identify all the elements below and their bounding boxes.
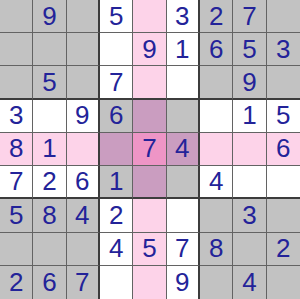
cell-r7c4[interactable]: 2 (100, 199, 133, 232)
cell-r6c1[interactable]: 7 (0, 166, 33, 199)
cell-r2c1[interactable] (0, 33, 33, 66)
cell-r9c3[interactable]: 7 (67, 266, 100, 299)
cell-r2c6[interactable]: 1 (167, 33, 200, 66)
cell-r2c5[interactable]: 9 (133, 33, 166, 66)
cell-r7c2[interactable]: 8 (33, 199, 66, 232)
cell-r4c1[interactable]: 3 (0, 100, 33, 133)
cell-r3c6[interactable] (167, 66, 200, 99)
cell-r6c3[interactable]: 6 (67, 166, 100, 199)
cell-r1c3[interactable] (67, 0, 100, 33)
cell-r1c2[interactable]: 9 (33, 0, 66, 33)
cell-r4c3[interactable]: 9 (67, 100, 100, 133)
cell-r7c1[interactable]: 5 (0, 199, 33, 232)
cell-r6c4[interactable]: 1 (100, 166, 133, 199)
cell-r9c7[interactable] (200, 266, 233, 299)
cell-r8c2[interactable] (33, 233, 66, 266)
cell-r7c9[interactable] (267, 199, 300, 232)
cell-r3c7[interactable] (200, 66, 233, 99)
cell-r8c6[interactable]: 7 (167, 233, 200, 266)
cell-r7c3[interactable]: 4 (67, 199, 100, 232)
cell-r5c9[interactable]: 6 (267, 133, 300, 166)
cell-r3c1[interactable] (0, 66, 33, 99)
cell-r9c6[interactable]: 9 (167, 266, 200, 299)
cell-r8c1[interactable] (0, 233, 33, 266)
cell-r8c4[interactable]: 4 (100, 233, 133, 266)
cell-r4c8[interactable]: 1 (233, 100, 266, 133)
cell-r5c1[interactable]: 8 (0, 133, 33, 166)
cell-r1c1[interactable] (0, 0, 33, 33)
cell-r7c8[interactable]: 3 (233, 199, 266, 232)
cell-r3c2[interactable]: 5 (33, 66, 66, 99)
cell-r9c1[interactable]: 2 (0, 266, 33, 299)
cell-r3c9[interactable] (267, 66, 300, 99)
cell-r6c7[interactable]: 4 (200, 166, 233, 199)
cell-r4c6[interactable] (167, 100, 200, 133)
cell-r8c3[interactable] (67, 233, 100, 266)
cell-r1c9[interactable] (267, 0, 300, 33)
cell-r5c8[interactable] (233, 133, 266, 166)
cell-r9c4[interactable] (100, 266, 133, 299)
cell-r3c3[interactable] (67, 66, 100, 99)
cell-r2c3[interactable] (67, 33, 100, 66)
cell-r8c5[interactable]: 5 (133, 233, 166, 266)
cell-r2c7[interactable]: 6 (200, 33, 233, 66)
cell-r1c4[interactable]: 5 (100, 0, 133, 33)
cell-r1c6[interactable]: 3 (167, 0, 200, 33)
cell-r9c2[interactable]: 6 (33, 266, 66, 299)
cell-r3c8[interactable]: 9 (233, 66, 266, 99)
cell-r2c4[interactable] (100, 33, 133, 66)
cell-r9c5[interactable] (133, 266, 166, 299)
cell-r3c4[interactable]: 7 (100, 66, 133, 99)
cell-r8c7[interactable]: 8 (200, 233, 233, 266)
cell-r7c6[interactable] (167, 199, 200, 232)
sudoku-board: 9532791653579396158174672614584234578226… (0, 0, 300, 299)
cell-r5c5[interactable]: 7 (133, 133, 166, 166)
cell-r6c8[interactable] (233, 166, 266, 199)
cell-r6c6[interactable] (167, 166, 200, 199)
cell-r7c7[interactable] (200, 199, 233, 232)
cell-r3c5[interactable] (133, 66, 166, 99)
cell-r1c5[interactable] (133, 0, 166, 33)
cell-r5c6[interactable]: 4 (167, 133, 200, 166)
cell-r4c5[interactable] (133, 100, 166, 133)
cell-r5c7[interactable] (200, 133, 233, 166)
cell-r1c7[interactable]: 2 (200, 0, 233, 33)
cell-r8c8[interactable] (233, 233, 266, 266)
cell-r1c8[interactable]: 7 (233, 0, 266, 33)
cell-r2c2[interactable] (33, 33, 66, 66)
cell-r5c2[interactable]: 1 (33, 133, 66, 166)
cell-r2c8[interactable]: 5 (233, 33, 266, 66)
cell-r4c9[interactable]: 5 (267, 100, 300, 133)
cell-r2c9[interactable]: 3 (267, 33, 300, 66)
cell-r6c5[interactable] (133, 166, 166, 199)
cell-r9c9[interactable] (267, 266, 300, 299)
cell-r5c3[interactable] (67, 133, 100, 166)
cell-r8c9[interactable]: 2 (267, 233, 300, 266)
cell-r6c2[interactable]: 2 (33, 166, 66, 199)
cell-r5c4[interactable] (100, 133, 133, 166)
cell-r4c4[interactable]: 6 (100, 100, 133, 133)
cell-r4c2[interactable] (33, 100, 66, 133)
cell-r6c9[interactable] (267, 166, 300, 199)
cell-r4c7[interactable] (200, 100, 233, 133)
cell-r7c5[interactable] (133, 199, 166, 232)
cell-r9c8[interactable]: 4 (233, 266, 266, 299)
